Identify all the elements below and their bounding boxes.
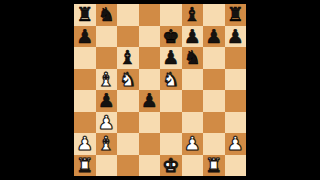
square-b2: ♝ (96, 133, 118, 155)
piece-black-rook: ♜ (227, 4, 244, 26)
piece-black-rook: ♜ (76, 4, 93, 26)
square-g3 (203, 112, 225, 134)
square-e3 (160, 112, 182, 134)
square-b3: ♟ (96, 112, 118, 134)
piece-white-knight: ♞ (119, 69, 136, 91)
square-g8 (203, 4, 225, 26)
square-h8: ♜ (225, 4, 247, 26)
square-e7: ♚ (160, 26, 182, 48)
piece-black-knight: ♞ (184, 47, 201, 69)
square-g2 (203, 133, 225, 155)
square-a7: ♟ (74, 26, 96, 48)
piece-black-bishop: ♝ (184, 4, 201, 26)
square-b1 (96, 155, 118, 177)
square-h3 (225, 112, 247, 134)
piece-black-pawn: ♟ (76, 26, 93, 48)
piece-black-pawn: ♟ (227, 26, 244, 48)
square-b7 (96, 26, 118, 48)
square-f2: ♟ (182, 133, 204, 155)
piece-white-pawn: ♟ (184, 133, 201, 155)
square-g7: ♟ (203, 26, 225, 48)
piece-white-king: ♚ (162, 155, 179, 177)
square-c7 (117, 26, 139, 48)
piece-white-rook: ♜ (205, 155, 222, 177)
piece-black-king: ♚ (162, 26, 179, 48)
square-e6: ♟ (160, 47, 182, 69)
piece-white-rook: ♜ (76, 155, 93, 177)
piece-black-pawn: ♟ (141, 90, 158, 112)
square-e1: ♚ (160, 155, 182, 177)
square-d1 (139, 155, 161, 177)
piece-white-pawn: ♟ (98, 112, 115, 134)
piece-black-knight: ♞ (98, 4, 115, 26)
piece-black-pawn: ♟ (162, 47, 179, 69)
square-b5: ♝ (96, 69, 118, 91)
square-c1 (117, 155, 139, 177)
square-f1 (182, 155, 204, 177)
piece-black-pawn: ♟ (184, 26, 201, 48)
square-c3 (117, 112, 139, 134)
square-d2 (139, 133, 161, 155)
square-g1: ♜ (203, 155, 225, 177)
square-h4 (225, 90, 247, 112)
square-g6 (203, 47, 225, 69)
square-f4 (182, 90, 204, 112)
piece-white-knight: ♞ (162, 69, 179, 91)
square-h5 (225, 69, 247, 91)
piece-black-pawn: ♟ (205, 26, 222, 48)
square-c5: ♞ (117, 69, 139, 91)
piece-white-pawn: ♟ (76, 133, 93, 155)
square-b4: ♟ (96, 90, 118, 112)
square-d7 (139, 26, 161, 48)
square-e8 (160, 4, 182, 26)
video-frame: ♜♞♝♜♟♚♟♟♟♝♟♞♝♞♞♟♟♟♟♝♟♟♜♚♜ (0, 0, 320, 180)
square-f3 (182, 112, 204, 134)
piece-black-bishop: ♝ (119, 47, 136, 69)
square-a1: ♜ (74, 155, 96, 177)
square-f7: ♟ (182, 26, 204, 48)
piece-white-pawn: ♟ (227, 133, 244, 155)
square-f6: ♞ (182, 47, 204, 69)
chess-board: ♜♞♝♜♟♚♟♟♟♝♟♞♝♞♞♟♟♟♟♝♟♟♜♚♜ (74, 4, 246, 176)
square-g5 (203, 69, 225, 91)
square-c8 (117, 4, 139, 26)
square-a6 (74, 47, 96, 69)
square-f5 (182, 69, 204, 91)
square-g4 (203, 90, 225, 112)
square-a4 (74, 90, 96, 112)
square-h2: ♟ (225, 133, 247, 155)
square-d8 (139, 4, 161, 26)
square-d5 (139, 69, 161, 91)
square-c4 (117, 90, 139, 112)
square-c6: ♝ (117, 47, 139, 69)
square-h6 (225, 47, 247, 69)
square-c2 (117, 133, 139, 155)
square-a5 (74, 69, 96, 91)
square-h7: ♟ (225, 26, 247, 48)
square-e2 (160, 133, 182, 155)
square-h1 (225, 155, 247, 177)
square-e4 (160, 90, 182, 112)
square-b6 (96, 47, 118, 69)
square-d6 (139, 47, 161, 69)
square-f8: ♝ (182, 4, 204, 26)
square-d4: ♟ (139, 90, 161, 112)
square-a2: ♟ (74, 133, 96, 155)
piece-white-bishop: ♝ (98, 69, 115, 91)
square-a8: ♜ (74, 4, 96, 26)
square-e5: ♞ (160, 69, 182, 91)
square-a3 (74, 112, 96, 134)
piece-black-pawn: ♟ (98, 90, 115, 112)
square-b8: ♞ (96, 4, 118, 26)
piece-white-bishop: ♝ (98, 133, 115, 155)
square-d3 (139, 112, 161, 134)
